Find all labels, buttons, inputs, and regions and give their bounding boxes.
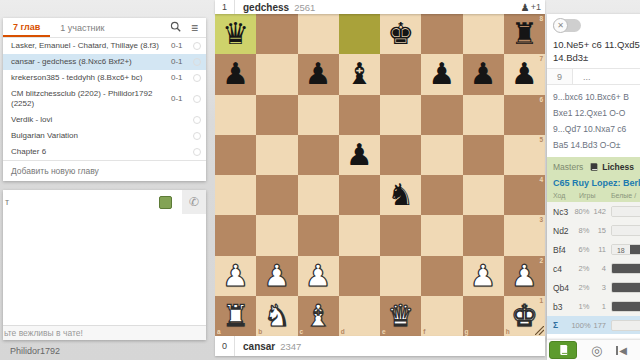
square-e2[interactable] (380, 256, 421, 296)
square-d3[interactable] (339, 215, 380, 255)
explorer-games: 3 (589, 283, 606, 292)
chapter-result: 0-1 (171, 94, 189, 104)
study-sidebar: 7 глав 1 участник ≡ Lasker, Emanuel - Ch… (3, 18, 206, 181)
chapter-status-icon[interactable] (193, 95, 201, 103)
black-pawn[interactable]: ♟ (298, 54, 339, 94)
white-pawn[interactable]: ♟ (298, 256, 339, 296)
analysis-controls: ◎ ◀ (547, 340, 640, 360)
square-c1[interactable]: c♝ (298, 296, 339, 336)
opening-name[interactable]: C65 Ruy Lopez: Berlin (547, 177, 640, 192)
chapter-row[interactable]: Chapter 6 (3, 144, 206, 160)
chapter-row[interactable]: Bulgarian Variation (3, 128, 206, 144)
chapter-status-icon[interactable] (193, 116, 201, 124)
square-g3[interactable] (463, 215, 504, 255)
square-e5[interactable] (380, 135, 421, 175)
white-pawn[interactable]: ♟ (215, 256, 256, 296)
square-g6[interactable] (463, 95, 504, 135)
square-g8[interactable] (463, 14, 504, 54)
captured-pawn-icon: ♟ (521, 2, 530, 13)
square-c8[interactable] (298, 14, 339, 54)
tab-chapters[interactable]: 7 глав (3, 18, 50, 37)
variations-block[interactable]: 9...bxc6 10.Bxc6+ B Bxe1 12.Qxe1 O-O 9..… (547, 85, 640, 157)
square-g4[interactable] (463, 175, 504, 215)
explorer-move-row[interactable]: Bf46%1118 (547, 240, 640, 259)
player-top-score: 1 (215, 0, 235, 14)
chapter-title: Chapter 6 (11, 147, 171, 157)
chapter-result: 0-1 (171, 73, 189, 83)
explorer-rows: Nc380%142Nd28%15Bf46%1118c42%4Qb42%3b31%… (547, 202, 640, 316)
black-king[interactable]: ♚ (380, 14, 421, 54)
square-h6[interactable]: 6 (504, 95, 545, 135)
sidebar-tabs: 7 глав 1 участник ≡ (3, 18, 206, 38)
chapter-title: cansar - gedchess (8.Nxc6 Bxf2+) (11, 57, 171, 67)
square-c3[interactable] (298, 215, 339, 255)
sum-icon: Σ (553, 320, 571, 330)
chat-toggle[interactable] (159, 196, 172, 209)
square-a6[interactable] (215, 95, 256, 135)
explorer-move-row[interactable]: c42%4 (547, 259, 640, 278)
square-h3[interactable]: 3 (504, 215, 545, 255)
file-label: f (423, 328, 425, 335)
square-g7[interactable]: ♟ (463, 54, 504, 94)
explorer-pct: 1% (573, 302, 590, 311)
explorer-pct: 2% (573, 264, 590, 273)
black-bishop[interactable]: ♝ (339, 54, 380, 94)
member-name[interactable]: Philidor1792 (10, 346, 60, 356)
file-label: g (465, 328, 469, 335)
white-rook[interactable]: ♜ (215, 296, 256, 336)
explorer-tab-lichess[interactable]: Lichess (589, 162, 634, 172)
chapter-title: krekerson385 - teddyhh (8.Bxc6+ bc) (11, 73, 171, 83)
explorer-total-row: Σ 100% 177 (547, 316, 640, 334)
square-h8[interactable]: 8♜ (504, 14, 545, 54)
square-g1[interactable]: g (463, 296, 504, 336)
explorer-tab-masters[interactable]: Masters (553, 162, 583, 172)
explorer-pct: 6% (573, 245, 590, 254)
chess-board[interactable]: ♛♚8♜♟♟♝♟♟7♟6♟5♞43♟♟♟♟2♟a♜b♞c♝de♛fg1h♚ (215, 14, 545, 336)
chapter-status-icon[interactable] (193, 148, 201, 156)
square-e7[interactable] (380, 54, 421, 94)
board-column: 1 gedchess 2561 ♟ +1 ♛♚8♜♟♟♝♟♟7♟6♟5♞43♟♟… (215, 0, 545, 356)
explorer-games: 15 (589, 226, 606, 235)
chapter-row[interactable]: Lasker, Emanuel - Chatard, Thillaye (8.f… (3, 38, 206, 54)
variation-line[interactable]: Bxe1 12.Qxe1 O-O (553, 105, 640, 121)
square-b5[interactable] (256, 135, 297, 175)
square-c4[interactable] (298, 175, 339, 215)
move-number: 9 (547, 69, 573, 84)
square-e1[interactable]: e♛ (380, 296, 421, 336)
explorer-header: Ход Игры Белые / (547, 192, 640, 202)
chapter-row[interactable]: Verdik - lovi (3, 112, 206, 128)
black-knight[interactable]: ♞ (380, 175, 421, 215)
square-e8[interactable]: ♚ (380, 14, 421, 54)
square-a8[interactable]: ♛ (215, 14, 256, 54)
explorer-games: 4 (589, 264, 606, 273)
variation-line[interactable]: 9...bxc6 10.Bxc6+ B (553, 89, 640, 105)
explorer-move[interactable]: b3 (553, 302, 573, 312)
player-bottom-bar: 0 cansar 2347 (215, 336, 545, 356)
square-b3[interactable] (256, 215, 297, 255)
white-queen[interactable]: ♛ (380, 296, 421, 336)
white-pawn[interactable]: ♟ (463, 256, 504, 296)
chapter-result: 0-1 (171, 57, 189, 67)
square-b6[interactable] (256, 95, 297, 135)
square-a3[interactable] (215, 215, 256, 255)
chapter-row[interactable]: CM blitzchessclub (2202) - Philidor1792 … (3, 86, 206, 112)
black-pawn[interactable]: ♟ (215, 54, 256, 94)
analysis-panel: ✕ S B 10.Ne5+ c6 11.Qxd5 14.Bd3± 9 ... 9… (547, 14, 640, 340)
chat-box: т ✆ ьте вежливы в чате! (3, 190, 206, 340)
square-a4[interactable] (215, 175, 256, 215)
player-top-name[interactable]: gedchess (235, 2, 294, 13)
square-a2[interactable]: ♟ (215, 256, 256, 296)
chat-title-fragment: т (3, 197, 9, 207)
explorer-move[interactable]: Nd2 (553, 226, 573, 236)
square-g5[interactable] (463, 135, 504, 175)
results-bar (611, 301, 640, 312)
rank-label: 4 (539, 176, 543, 183)
results-bar (611, 263, 640, 274)
explorer-move[interactable]: Nc3 (553, 207, 573, 217)
file-label: b (258, 328, 262, 335)
opening-explorer: Masters Lichess C65 Ruy Lopez: Berlin Хо… (547, 157, 640, 334)
square-b1[interactable]: b♞ (256, 296, 297, 336)
move-text[interactable]: 10.Ne5+ c6 11.Qxd5 (553, 38, 640, 51)
black-pawn[interactable]: ♟ (339, 135, 380, 175)
explorer-move-row[interactable]: Nc380%142 (547, 202, 640, 221)
chat-messages (3, 214, 206, 325)
file-label: e (382, 328, 386, 335)
explorer-pct: 2% (573, 283, 590, 292)
engine-toggle[interactable]: ✕ (553, 19, 581, 32)
total-games: 177 (591, 321, 606, 330)
player-bottom-score: 0 (215, 336, 235, 356)
square-f3[interactable] (421, 215, 462, 255)
square-h4[interactable]: 4 (504, 175, 545, 215)
square-a5[interactable] (215, 135, 256, 175)
square-f6[interactable] (421, 95, 462, 135)
explorer-pct: 80% (573, 207, 590, 216)
player-bottom-rating: 2347 (280, 341, 301, 352)
square-h5[interactable]: 5 (504, 135, 545, 175)
results-bar (611, 282, 640, 293)
square-d1[interactable]: d (339, 296, 380, 336)
chat-header: т ✆ (3, 190, 206, 214)
tab-members[interactable]: 1 участник (50, 18, 114, 37)
explorer-move-row[interactable]: b31%1 (547, 297, 640, 316)
go-to-start-button[interactable]: ◀ (616, 345, 627, 356)
square-d7[interactable]: ♝ (339, 54, 380, 94)
square-b2[interactable]: ♟ (256, 256, 297, 296)
material-count: +1 (531, 2, 541, 12)
black-queen[interactable]: ♛ (215, 14, 256, 54)
explorer-move[interactable]: c4 (553, 264, 573, 274)
rank-label: 5 (539, 136, 543, 143)
total-pct: 100% (571, 321, 590, 330)
search-icon[interactable] (170, 21, 181, 34)
square-c2[interactable]: ♟ (298, 256, 339, 296)
square-f2[interactable] (421, 256, 462, 296)
rank-label: 2 (539, 257, 543, 264)
square-d5[interactable]: ♟ (339, 135, 380, 175)
square-f1[interactable]: f (421, 296, 462, 336)
explorer-pct: 8% (573, 226, 590, 235)
engine-toggle-row: ✕ S B (547, 14, 640, 36)
move-placeholder[interactable]: ... (573, 72, 591, 82)
explorer-move-row[interactable]: Nd28%15 (547, 221, 640, 240)
white-pawn[interactable]: ♟ (256, 256, 297, 296)
explorer-move[interactable]: Qb4 (553, 283, 573, 293)
square-h7[interactable]: 7♟ (504, 54, 545, 94)
explorer-games: 11 (589, 245, 606, 254)
square-f4[interactable] (421, 175, 462, 215)
square-b8[interactable] (256, 14, 297, 54)
black-pawn[interactable]: ♟ (421, 54, 462, 94)
nav-first-arrow: ◀ (619, 345, 627, 356)
chapter-status-icon[interactable] (193, 58, 201, 66)
square-c7[interactable]: ♟ (298, 54, 339, 94)
col-results: Белые / (611, 192, 640, 199)
square-d6[interactable] (339, 95, 380, 135)
chat-input[interactable]: ьте вежливы в чате! (3, 325, 206, 340)
results-bar (611, 206, 640, 217)
explorer-toggle-button[interactable] (549, 341, 577, 359)
square-a1[interactable]: a♜ (215, 296, 256, 336)
square-h2[interactable]: 2♟ (504, 256, 545, 296)
explorer-move[interactable]: Bf4 (553, 245, 573, 255)
square-a7[interactable]: ♟ (215, 54, 256, 94)
explorer-games: 1 (589, 302, 606, 311)
file-label: d (341, 328, 345, 335)
toggle-x-icon: ✕ (553, 18, 568, 33)
move-text[interactable]: 14.Bd3± (553, 51, 640, 64)
explorer-move-row[interactable]: Qb42%3 (547, 278, 640, 297)
col-games: Игры (579, 192, 611, 199)
chapter-result: 0-1 (171, 41, 189, 51)
board-resize-handle[interactable] (535, 326, 544, 335)
add-chapter-button[interactable]: Добавить новую главу (3, 160, 206, 181)
rank-label: 1 (539, 297, 543, 304)
menu-icon[interactable]: ≡ (191, 22, 198, 34)
chapter-row[interactable]: krekerson385 - teddyhh (8.Bxc6+ bc) 0-1 (3, 70, 206, 86)
chapter-status-icon[interactable] (193, 132, 201, 140)
rank-label: 8 (539, 15, 543, 22)
chapter-title: CM blitzchessclub (2202) - Philidor1792 … (11, 89, 171, 109)
square-d4[interactable] (339, 175, 380, 215)
book-icon (558, 344, 569, 356)
square-e4[interactable]: ♞ (380, 175, 421, 215)
square-c5[interactable] (298, 135, 339, 175)
chapter-title: Bulgarian Variation (11, 131, 171, 141)
square-d8[interactable] (339, 14, 380, 54)
square-f7[interactable]: ♟ (421, 54, 462, 94)
chapter-status-icon[interactable] (193, 42, 201, 50)
square-c6[interactable] (298, 95, 339, 135)
material-advantage: ♟ +1 (521, 2, 545, 13)
explorer-games: 142 (589, 207, 606, 216)
square-b7[interactable] (256, 54, 297, 94)
variation-line[interactable]: Ba5 14.Bd3 O-O± (553, 137, 640, 153)
chapter-title: Verdik - lovi (11, 115, 171, 125)
main-move-line[interactable]: 10.Ne5+ c6 11.Qxd5 14.Bd3± (547, 36, 640, 68)
square-d2[interactable] (339, 256, 380, 296)
chapter-row[interactable]: cansar - gedchess (8.Nxc6 Bxf2+) 0-1 (3, 54, 206, 70)
col-move: Ход (553, 192, 579, 199)
black-pawn[interactable]: ♟ (463, 54, 504, 94)
file-label: a (217, 328, 221, 335)
file-label: c (300, 328, 304, 335)
move-list-row[interactable]: 9 ... (547, 68, 640, 85)
player-top-rating: 2561 (294, 2, 315, 13)
results-bar (611, 225, 640, 236)
square-f5[interactable] (421, 135, 462, 175)
square-e6[interactable] (380, 95, 421, 135)
explorer-tab-label: Lichess (602, 162, 634, 172)
square-g2[interactable]: ♟ (463, 256, 504, 296)
square-b4[interactable] (256, 175, 297, 215)
voice-chat-icon[interactable]: ✆ (182, 190, 206, 214)
nav-first-bar (616, 346, 618, 355)
rank-label: 7 (539, 55, 543, 62)
rank-label: 6 (539, 96, 543, 103)
practice-target-icon[interactable]: ◎ (591, 343, 602, 358)
chapter-title: Lasker, Emanuel - Chatard, Thillaye (8.f… (11, 41, 171, 51)
variation-line[interactable]: 9...Qd7 10.Nxa7 c6 (553, 121, 640, 137)
results-bar (611, 320, 640, 331)
results-bar: 18 (611, 244, 640, 255)
square-f8[interactable] (421, 14, 462, 54)
square-e3[interactable] (380, 215, 421, 255)
player-top-bar: 1 gedchess 2561 ♟ +1 (215, 0, 545, 14)
chapter-list: Lasker, Emanuel - Chatard, Thillaye (8.f… (3, 38, 206, 160)
book-icon (589, 162, 599, 172)
white-knight[interactable]: ♞ (256, 296, 297, 336)
white-bishop[interactable]: ♝ (298, 296, 339, 336)
player-bottom-name[interactable]: cansar (235, 341, 280, 352)
chapter-status-icon[interactable] (193, 74, 201, 82)
rank-label: 3 (539, 216, 543, 223)
file-label: h (506, 328, 510, 335)
